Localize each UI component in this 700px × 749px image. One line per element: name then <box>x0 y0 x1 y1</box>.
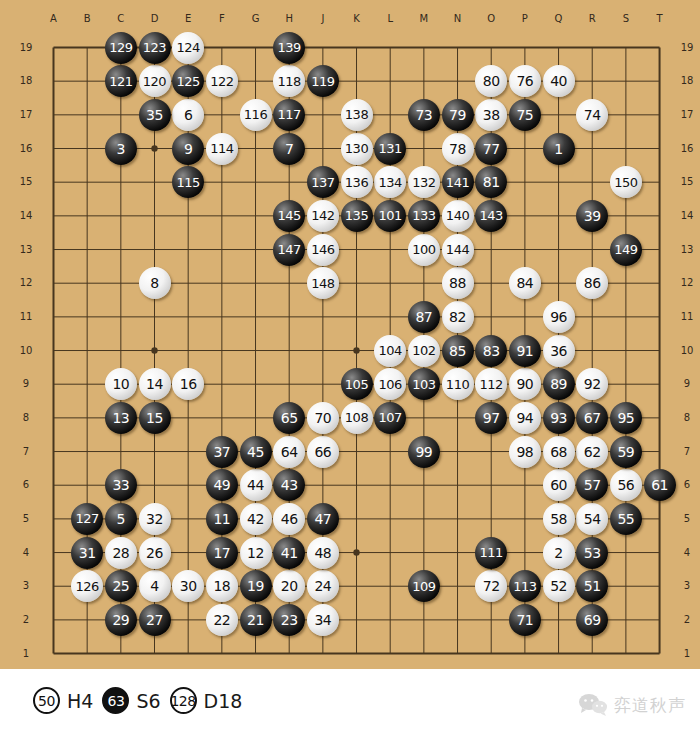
coord-label-col-Q: Q <box>550 13 568 25</box>
coord-label-row-5: 5 <box>678 513 696 525</box>
stone-N10-move-85: 85 <box>442 335 474 367</box>
repeat-note-point: D18 <box>204 690 243 712</box>
stone-S15-move-150: 150 <box>610 166 642 198</box>
stone-Q8-move-93: 93 <box>543 402 575 434</box>
stone-O14-move-143: 143 <box>475 200 507 232</box>
stone-F16-move-114: 114 <box>206 133 238 165</box>
coord-label-row-6: 6 <box>17 479 35 491</box>
stone-G7-move-45: 45 <box>240 436 272 468</box>
coord-label-row-10: 10 <box>17 345 35 357</box>
stone-P9-move-90: 90 <box>509 368 541 400</box>
stone-N12-move-88: 88 <box>442 267 474 299</box>
stone-B4-move-31: 31 <box>71 537 103 569</box>
coord-label-row-4: 4 <box>17 547 35 559</box>
stone-C2-move-29: 29 <box>105 604 137 636</box>
stone-H17-move-117: 117 <box>273 99 305 131</box>
coord-label-row-12: 12 <box>678 277 696 289</box>
repeat-note-move-63: 63S6 <box>102 687 160 714</box>
stone-F18-move-122: 122 <box>206 65 238 97</box>
stone-G3-move-19: 19 <box>240 570 272 602</box>
stone-G2-move-21: 21 <box>240 604 272 636</box>
chat-bubbles-icon <box>578 693 608 717</box>
stone-K9-move-105: 105 <box>341 368 373 400</box>
coord-label-row-18: 18 <box>17 75 35 87</box>
stone-J7-move-66: 66 <box>307 436 339 468</box>
stone-D4-move-26: 26 <box>139 537 171 569</box>
coord-label-row-13: 13 <box>17 244 35 256</box>
coord-label-col-C: C <box>112 13 130 25</box>
stone-M15-move-132: 132 <box>408 166 440 198</box>
stone-K17-move-138: 138 <box>341 99 373 131</box>
stone-Q10-move-36: 36 <box>543 335 575 367</box>
go-diagram-page: AABBCCDDEEFFGGHHJJKKLLMMNNOOPPQQRRSSTT19… <box>0 0 700 749</box>
stone-E19-move-124: 124 <box>172 32 204 64</box>
coord-label-col-F: F <box>213 13 231 25</box>
coord-label-row-10: 10 <box>678 345 696 357</box>
stone-C9-move-10: 10 <box>105 368 137 400</box>
stone-F3-move-18: 18 <box>206 570 238 602</box>
stone-S13-move-149: 149 <box>610 234 642 266</box>
coord-label-col-R: R <box>583 13 601 25</box>
stone-N11-move-82: 82 <box>442 301 474 333</box>
stone-N15-move-141: 141 <box>442 166 474 198</box>
stone-H16-move-7: 7 <box>273 133 305 165</box>
stone-G5-move-42: 42 <box>240 503 272 535</box>
stone-P3-move-113: 113 <box>509 570 541 602</box>
stone-S5-move-55: 55 <box>610 503 642 535</box>
stone-M11-move-87: 87 <box>408 301 440 333</box>
stone-D9-move-14: 14 <box>139 368 171 400</box>
stone-badge-white: 128 <box>170 687 197 714</box>
stone-M14-move-133: 133 <box>408 200 440 232</box>
coord-label-row-19: 19 <box>678 42 696 54</box>
coord-label-col-P: P <box>516 13 534 25</box>
stone-Q5-move-58: 58 <box>543 503 575 535</box>
stone-R17-move-74: 74 <box>576 99 608 131</box>
stone-T6-move-61: 61 <box>644 469 676 501</box>
stone-Q16-move-1: 1 <box>543 133 575 165</box>
stone-C16-move-3: 3 <box>105 133 137 165</box>
stone-L14-move-101: 101 <box>374 200 406 232</box>
stone-D12-move-8: 8 <box>139 267 171 299</box>
coord-label-row-7: 7 <box>17 446 35 458</box>
coord-label-row-16: 16 <box>678 143 696 155</box>
stone-J14-move-142: 142 <box>307 200 339 232</box>
stone-C6-move-33: 33 <box>105 469 137 501</box>
coord-label-col-K: K <box>348 13 366 25</box>
coord-label-row-1: 1 <box>678 648 696 660</box>
stone-Q11-move-96: 96 <box>543 301 575 333</box>
stone-C18-move-121: 121 <box>105 65 137 97</box>
stone-D8-move-15: 15 <box>139 402 171 434</box>
stone-M17-move-73: 73 <box>408 99 440 131</box>
stone-D19-move-123: 123 <box>139 32 171 64</box>
stone-J4-move-48: 48 <box>307 537 339 569</box>
coord-label-row-14: 14 <box>678 210 696 222</box>
stone-F2-move-22: 22 <box>206 604 238 636</box>
stone-R7-move-62: 62 <box>576 436 608 468</box>
stone-F5-move-11: 11 <box>206 503 238 535</box>
stone-F4-move-17: 17 <box>206 537 238 569</box>
coord-label-row-17: 17 <box>678 109 696 121</box>
coord-label-row-5: 5 <box>17 513 35 525</box>
stone-J13-move-146: 146 <box>307 234 339 266</box>
stone-J15-move-137: 137 <box>307 166 339 198</box>
stone-O4-move-111: 111 <box>475 537 507 569</box>
stone-G17-move-116: 116 <box>240 99 272 131</box>
repeat-note-move-50: 50H4 <box>33 687 93 714</box>
repeated-move-legend: 50H463S6128D18 <box>33 687 242 714</box>
stone-N9-move-110: 110 <box>442 368 474 400</box>
coord-label-row-15: 15 <box>17 176 35 188</box>
stone-P8-move-94: 94 <box>509 402 541 434</box>
coord-label-row-1: 1 <box>17 648 35 660</box>
coord-label-row-17: 17 <box>17 109 35 121</box>
stone-K15-move-136: 136 <box>341 166 373 198</box>
stone-G4-move-12: 12 <box>240 537 272 569</box>
stone-H8-move-65: 65 <box>273 402 305 434</box>
stone-F7-move-37: 37 <box>206 436 238 468</box>
repeat-note-point: S6 <box>136 690 160 712</box>
stone-S6-move-56: 56 <box>610 469 642 501</box>
coord-label-row-8: 8 <box>678 412 696 424</box>
caption-bar: 50H463S6128D18 弈道秋声 <box>0 669 700 749</box>
stone-S7-move-59: 59 <box>610 436 642 468</box>
coord-label-row-13: 13 <box>678 244 696 256</box>
stone-F6-move-49: 49 <box>206 469 238 501</box>
coord-label-row-9: 9 <box>17 378 35 390</box>
repeat-note-move-128: 128D18 <box>170 687 243 714</box>
stone-D18-move-120: 120 <box>139 65 171 97</box>
coord-label-col-J: J <box>314 13 332 25</box>
coord-label-col-S: S <box>617 13 635 25</box>
stone-H5-move-46: 46 <box>273 503 305 535</box>
stone-H13-move-147: 147 <box>273 234 305 266</box>
stone-H19-move-139: 139 <box>273 32 305 64</box>
stone-R8-move-67: 67 <box>576 402 608 434</box>
stone-Q9-move-89: 89 <box>543 368 575 400</box>
coord-label-row-8: 8 <box>17 412 35 424</box>
stone-E17-move-6: 6 <box>172 99 204 131</box>
coord-label-row-11: 11 <box>678 311 696 323</box>
stone-D5-move-32: 32 <box>139 503 171 535</box>
stone-O17-move-38: 38 <box>475 99 507 131</box>
stone-P10-move-91: 91 <box>509 335 541 367</box>
stone-Q18-move-40: 40 <box>543 65 575 97</box>
stone-H14-move-145: 145 <box>273 200 305 232</box>
stone-C19-move-129: 129 <box>105 32 137 64</box>
coord-label-col-B: B <box>78 13 96 25</box>
stone-M13-move-100: 100 <box>408 234 440 266</box>
stone-Q4-move-2: 2 <box>543 537 575 569</box>
stone-G6-move-44: 44 <box>240 469 272 501</box>
stone-N13-move-144: 144 <box>442 234 474 266</box>
coord-label-row-11: 11 <box>17 311 35 323</box>
stone-O16-move-77: 77 <box>475 133 507 165</box>
stone-Q7-move-68: 68 <box>543 436 575 468</box>
stone-M10-move-102: 102 <box>408 335 440 367</box>
stone-H7-move-64: 64 <box>273 436 305 468</box>
coord-label-col-N: N <box>449 13 467 25</box>
coord-label-row-14: 14 <box>17 210 35 222</box>
coord-label-row-19: 19 <box>17 42 35 54</box>
stone-badge-black: 63 <box>102 687 129 714</box>
go-board: AABBCCDDEEFFGGHHJJKKLLMMNNOOPPQQRRSSTT19… <box>0 0 700 669</box>
stone-C3-move-25: 25 <box>105 570 137 602</box>
coord-label-col-E: E <box>179 13 197 25</box>
stone-O8-move-97: 97 <box>475 402 507 434</box>
stone-P17-move-75: 75 <box>509 99 541 131</box>
stone-M7-move-99: 99 <box>408 436 440 468</box>
coord-label-col-H: H <box>280 13 298 25</box>
stone-Q6-move-60: 60 <box>543 469 575 501</box>
stone-M3-move-109: 109 <box>408 570 440 602</box>
coord-label-col-L: L <box>381 13 399 25</box>
stone-R4-move-53: 53 <box>576 537 608 569</box>
stone-L16-move-131: 131 <box>374 133 406 165</box>
stone-N16-move-78: 78 <box>442 133 474 165</box>
stone-P7-move-98: 98 <box>509 436 541 468</box>
coord-label-row-18: 18 <box>678 75 696 87</box>
coord-label-col-A: A <box>45 13 63 25</box>
coord-label-row-6: 6 <box>678 479 696 491</box>
coord-label-col-T: T <box>651 13 669 25</box>
stone-C4-move-28: 28 <box>105 537 137 569</box>
stone-H2-move-23: 23 <box>273 604 305 636</box>
stone-K14-move-135: 135 <box>341 200 373 232</box>
stone-L8-move-107: 107 <box>374 402 406 434</box>
stone-N14-move-140: 140 <box>442 200 474 232</box>
stone-R14-move-39: 39 <box>576 200 608 232</box>
stone-R5-move-54: 54 <box>576 503 608 535</box>
stone-O10-move-83: 83 <box>475 335 507 367</box>
stone-J12-move-148: 148 <box>307 267 339 299</box>
coord-label-row-2: 2 <box>17 614 35 626</box>
stone-D17-move-35: 35 <box>139 99 171 131</box>
coord-label-row-2: 2 <box>678 614 696 626</box>
stone-J2-move-34: 34 <box>307 604 339 636</box>
stone-L10-move-104: 104 <box>374 335 406 367</box>
stone-S8-move-95: 95 <box>610 402 642 434</box>
stone-E16-move-9: 9 <box>172 133 204 165</box>
stone-R2-move-69: 69 <box>576 604 608 636</box>
stone-P12-move-84: 84 <box>509 267 541 299</box>
coord-label-col-M: M <box>415 13 433 25</box>
coord-label-row-16: 16 <box>17 143 35 155</box>
stone-C5-move-5: 5 <box>105 503 137 535</box>
stone-N17-move-79: 79 <box>442 99 474 131</box>
coord-label-row-9: 9 <box>678 378 696 390</box>
stone-D3-move-4: 4 <box>139 570 171 602</box>
brand-text: 弈道秋声 <box>614 694 686 717</box>
stone-P18-move-76: 76 <box>509 65 541 97</box>
coord-label-row-12: 12 <box>17 277 35 289</box>
stone-J5-move-47: 47 <box>307 503 339 535</box>
coord-label-col-O: O <box>482 13 500 25</box>
repeat-note-point: H4 <box>67 690 93 712</box>
stone-C8-move-13: 13 <box>105 402 137 434</box>
stone-M9-move-103: 103 <box>408 368 440 400</box>
stone-J18-move-119: 119 <box>307 65 339 97</box>
stone-K16-move-130: 130 <box>341 133 373 165</box>
stone-B5-move-127: 127 <box>71 503 103 535</box>
stone-K8-move-108: 108 <box>341 402 373 434</box>
stone-Q3-move-52: 52 <box>543 570 575 602</box>
stone-J8-move-70: 70 <box>307 402 339 434</box>
brand-logo: 弈道秋声 <box>578 693 686 717</box>
coord-label-col-G: G <box>247 13 265 25</box>
coord-label-row-15: 15 <box>678 176 696 188</box>
stone-badge-white: 50 <box>33 687 60 714</box>
stone-P2-move-71: 71 <box>509 604 541 636</box>
coord-label-row-7: 7 <box>678 446 696 458</box>
coord-label-row-3: 3 <box>678 580 696 592</box>
coord-label-col-D: D <box>146 13 164 25</box>
stone-D2-move-27: 27 <box>139 604 171 636</box>
coord-label-row-4: 4 <box>678 547 696 559</box>
coord-label-row-3: 3 <box>17 580 35 592</box>
stone-H4-move-41: 41 <box>273 537 305 569</box>
stone-J3-move-24: 24 <box>307 570 339 602</box>
